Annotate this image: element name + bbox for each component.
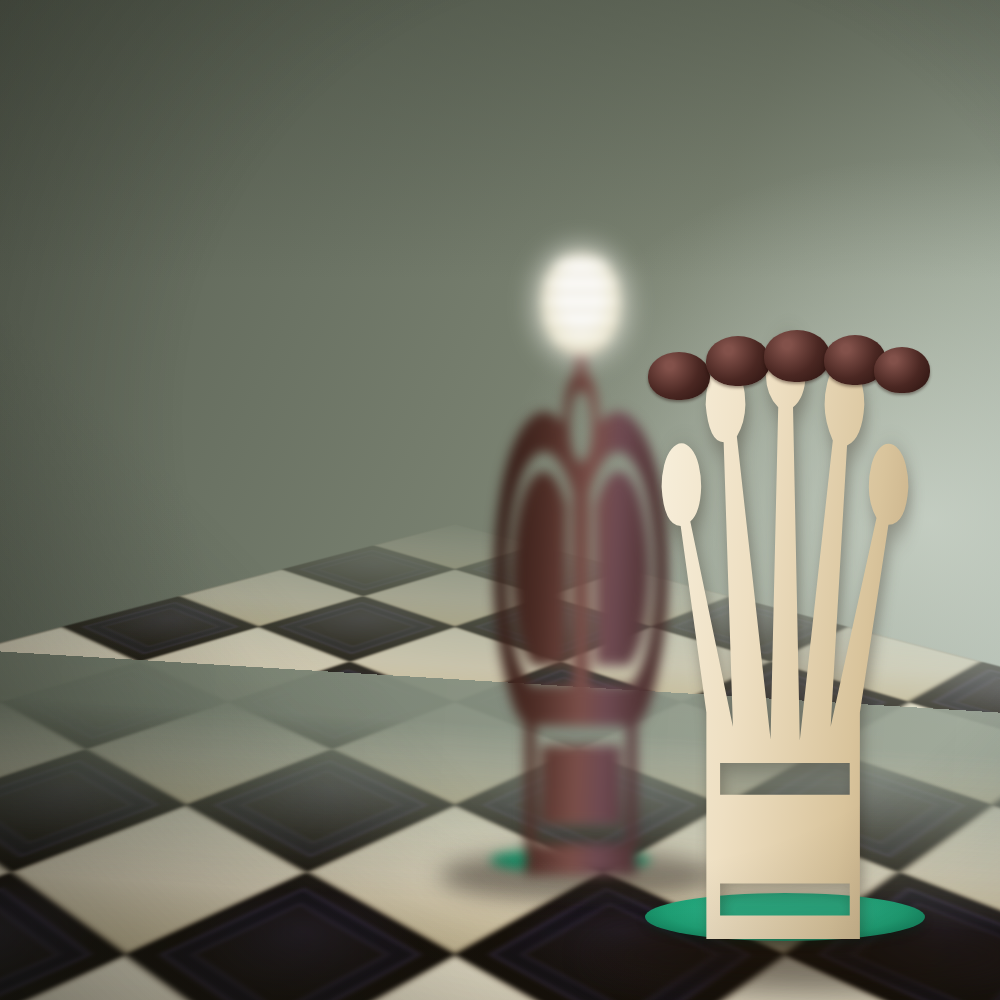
photo-scene: ♚ ♛ [0,0,1000,1000]
king-white-finial [541,253,621,355]
queen-crown-ball [648,352,710,400]
chess-piece-light-queen: ♛ [635,325,935,940]
queen-crown-ball [706,336,770,386]
queen-crown-ball [764,330,830,382]
queen-crown-ball [874,347,930,393]
queen-crown-balls [635,325,935,415]
